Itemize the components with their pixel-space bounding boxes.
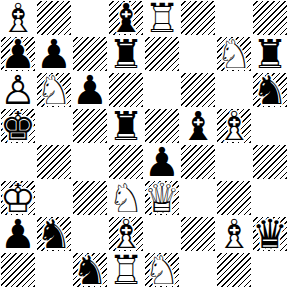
- square-c4[interactable]: [72, 144, 108, 180]
- pawn-silhouette: ♟: [0, 72, 36, 108]
- piece-black-rook[interactable]: ♜♜: [108, 108, 144, 144]
- square-f2[interactable]: [180, 216, 216, 252]
- pawn-silhouette: ♟: [0, 216, 36, 252]
- rook-silhouette: ♜: [108, 36, 144, 72]
- piece-black-rook[interactable]: ♜♜: [252, 36, 288, 72]
- white-knight-icon: ♘: [144, 252, 180, 288]
- black-knight-icon: ♞: [72, 252, 108, 288]
- white-pawn-icon: ♙: [0, 72, 36, 108]
- square-g8[interactable]: [216, 0, 252, 36]
- square-h3[interactable]: [252, 180, 288, 216]
- square-h1[interactable]: [252, 252, 288, 288]
- knight-silhouette: ♞: [216, 36, 252, 72]
- queen-silhouette: ♛: [144, 180, 180, 216]
- square-d5[interactable]: ♜♜: [108, 108, 144, 144]
- white-rook-icon: ♖: [144, 0, 180, 36]
- chess-board: ♝♗♝♝♜♖♟♟♟♟♜♜♞♘♜♜♟♙♞♘♟♟♞♞♚♚♜♜♝♝♝♗♟♟♚♔♞♘♛♕…: [0, 0, 288, 288]
- square-g3[interactable]: [216, 180, 252, 216]
- square-f5[interactable]: ♝♝: [180, 108, 216, 144]
- black-rook-icon: ♜: [108, 108, 144, 144]
- knight-silhouette: ♞: [252, 72, 288, 108]
- square-b3[interactable]: [36, 180, 72, 216]
- black-knight-icon: ♞: [36, 216, 72, 252]
- square-a7[interactable]: ♟♟: [0, 36, 36, 72]
- piece-black-rook[interactable]: ♜♜: [108, 36, 144, 72]
- square-d6[interactable]: [108, 72, 144, 108]
- square-g7[interactable]: ♞♘: [216, 36, 252, 72]
- square-g5[interactable]: ♝♗: [216, 108, 252, 144]
- piece-black-pawn[interactable]: ♟♟: [72, 72, 108, 108]
- white-bishop-icon: ♗: [108, 216, 144, 252]
- black-pawn-icon: ♟: [36, 36, 72, 72]
- square-h7[interactable]: ♜♜: [252, 36, 288, 72]
- knight-silhouette: ♞: [36, 216, 72, 252]
- square-c2[interactable]: [72, 216, 108, 252]
- square-c7[interactable]: [72, 36, 108, 72]
- square-d1[interactable]: ♜♖: [108, 252, 144, 288]
- piece-white-knight[interactable]: ♞♘: [108, 180, 144, 216]
- square-e7[interactable]: [144, 36, 180, 72]
- square-h6[interactable]: ♞♞: [252, 72, 288, 108]
- white-knight-icon: ♘: [216, 36, 252, 72]
- piece-white-knight[interactable]: ♞♘: [216, 36, 252, 72]
- square-f3[interactable]: [180, 180, 216, 216]
- bishop-silhouette: ♝: [180, 108, 216, 144]
- square-b6[interactable]: ♞♘: [36, 72, 72, 108]
- piece-white-knight[interactable]: ♞♘: [144, 252, 180, 288]
- pawn-silhouette: ♟: [36, 36, 72, 72]
- piece-white-bishop[interactable]: ♝♗: [0, 0, 36, 36]
- square-a4[interactable]: [0, 144, 36, 180]
- square-f8[interactable]: [180, 0, 216, 36]
- black-knight-icon: ♞: [252, 72, 288, 108]
- piece-black-knight[interactable]: ♞♞: [36, 216, 72, 252]
- square-e5[interactable]: [144, 108, 180, 144]
- square-d3[interactable]: ♞♘: [108, 180, 144, 216]
- king-silhouette: ♚: [0, 108, 36, 144]
- square-e1[interactable]: ♞♘: [144, 252, 180, 288]
- piece-black-bishop[interactable]: ♝♝: [180, 108, 216, 144]
- rook-silhouette: ♜: [108, 108, 144, 144]
- piece-white-pawn[interactable]: ♟♙: [0, 72, 36, 108]
- square-b4[interactable]: [36, 144, 72, 180]
- square-c8[interactable]: [72, 0, 108, 36]
- white-bishop-icon: ♗: [0, 0, 36, 36]
- square-a2[interactable]: ♟♟: [0, 216, 36, 252]
- black-pawn-icon: ♟: [144, 144, 180, 180]
- bishop-silhouette: ♝: [216, 108, 252, 144]
- square-h5[interactable]: [252, 108, 288, 144]
- square-d4[interactable]: [108, 144, 144, 180]
- black-pawn-icon: ♟: [0, 36, 36, 72]
- black-rook-icon: ♜: [108, 36, 144, 72]
- square-b5[interactable]: [36, 108, 72, 144]
- white-bishop-icon: ♗: [216, 108, 252, 144]
- rook-silhouette: ♜: [108, 252, 144, 288]
- piece-white-king[interactable]: ♚♔: [0, 180, 36, 216]
- piece-white-rook[interactable]: ♜♖: [108, 252, 144, 288]
- black-rook-icon: ♜: [252, 36, 288, 72]
- square-h2[interactable]: ♛♛: [252, 216, 288, 252]
- white-rook-icon: ♖: [108, 252, 144, 288]
- white-knight-icon: ♘: [36, 72, 72, 108]
- square-c1[interactable]: ♞♞: [72, 252, 108, 288]
- piece-black-bishop[interactable]: ♝♝: [108, 0, 144, 36]
- square-g1[interactable]: [216, 252, 252, 288]
- rook-silhouette: ♜: [144, 0, 180, 36]
- knight-silhouette: ♞: [72, 252, 108, 288]
- knight-silhouette: ♞: [36, 72, 72, 108]
- piece-white-queen[interactable]: ♛♕: [144, 180, 180, 216]
- piece-white-rook[interactable]: ♜♖: [144, 0, 180, 36]
- bishop-silhouette: ♝: [108, 0, 144, 36]
- piece-black-pawn[interactable]: ♟♟: [0, 216, 36, 252]
- piece-black-knight[interactable]: ♞♞: [252, 72, 288, 108]
- square-f6[interactable]: [180, 72, 216, 108]
- white-king-icon: ♔: [0, 180, 36, 216]
- square-b7[interactable]: ♟♟: [36, 36, 72, 72]
- square-g6[interactable]: [216, 72, 252, 108]
- pawn-silhouette: ♟: [144, 144, 180, 180]
- black-king-icon: ♚: [0, 108, 36, 144]
- piece-black-pawn[interactable]: ♟♟: [36, 36, 72, 72]
- square-f4[interactable]: [180, 144, 216, 180]
- square-b2[interactable]: ♞♞: [36, 216, 72, 252]
- square-a3[interactable]: ♚♔: [0, 180, 36, 216]
- bishop-silhouette: ♝: [0, 0, 36, 36]
- piece-white-knight[interactable]: ♞♘: [36, 72, 72, 108]
- square-b1[interactable]: [36, 252, 72, 288]
- piece-white-bishop[interactable]: ♝♗: [108, 216, 144, 252]
- square-c3[interactable]: [72, 180, 108, 216]
- queen-silhouette: ♛: [252, 216, 288, 252]
- rook-silhouette: ♜: [252, 36, 288, 72]
- square-e2[interactable]: [144, 216, 180, 252]
- piece-black-pawn[interactable]: ♟♟: [0, 36, 36, 72]
- square-f1[interactable]: [180, 252, 216, 288]
- bishop-silhouette: ♝: [108, 216, 144, 252]
- square-h8[interactable]: [252, 0, 288, 36]
- square-d2[interactable]: ♝♗: [108, 216, 144, 252]
- pawn-silhouette: ♟: [0, 36, 36, 72]
- square-a8[interactable]: ♝♗: [0, 0, 36, 36]
- black-bishop-icon: ♝: [180, 108, 216, 144]
- square-e3[interactable]: ♛♕: [144, 180, 180, 216]
- square-d7[interactable]: ♜♜: [108, 36, 144, 72]
- piece-black-knight[interactable]: ♞♞: [72, 252, 108, 288]
- square-g2[interactable]: ♝♗: [216, 216, 252, 252]
- white-knight-icon: ♘: [108, 180, 144, 216]
- square-c5[interactable]: [72, 108, 108, 144]
- square-a5[interactable]: ♚♚: [0, 108, 36, 144]
- black-queen-icon: ♛: [252, 216, 288, 252]
- square-f7[interactable]: [180, 36, 216, 72]
- knight-silhouette: ♞: [108, 180, 144, 216]
- white-bishop-icon: ♗: [216, 216, 252, 252]
- knight-silhouette: ♞: [144, 252, 180, 288]
- piece-black-queen[interactable]: ♛♛: [252, 216, 288, 252]
- piece-white-bishop[interactable]: ♝♗: [216, 108, 252, 144]
- black-pawn-icon: ♟: [0, 216, 36, 252]
- square-e8[interactable]: ♜♖: [144, 0, 180, 36]
- pawn-silhouette: ♟: [72, 72, 108, 108]
- square-a1[interactable]: [0, 252, 36, 288]
- square-g4[interactable]: [216, 144, 252, 180]
- square-e4[interactable]: ♟♟: [144, 144, 180, 180]
- king-silhouette: ♚: [0, 180, 36, 216]
- white-queen-icon: ♕: [144, 180, 180, 216]
- piece-black-pawn[interactable]: ♟♟: [144, 144, 180, 180]
- square-e6[interactable]: [144, 72, 180, 108]
- square-h4[interactable]: [252, 144, 288, 180]
- black-pawn-icon: ♟: [72, 72, 108, 108]
- square-a6[interactable]: ♟♙: [0, 72, 36, 108]
- square-c6[interactable]: ♟♟: [72, 72, 108, 108]
- bishop-silhouette: ♝: [216, 216, 252, 252]
- piece-white-bishop[interactable]: ♝♗: [216, 216, 252, 252]
- square-b8[interactable]: [36, 0, 72, 36]
- piece-black-king[interactable]: ♚♚: [0, 108, 36, 144]
- black-bishop-icon: ♝: [108, 0, 144, 36]
- square-d8[interactable]: ♝♝: [108, 0, 144, 36]
